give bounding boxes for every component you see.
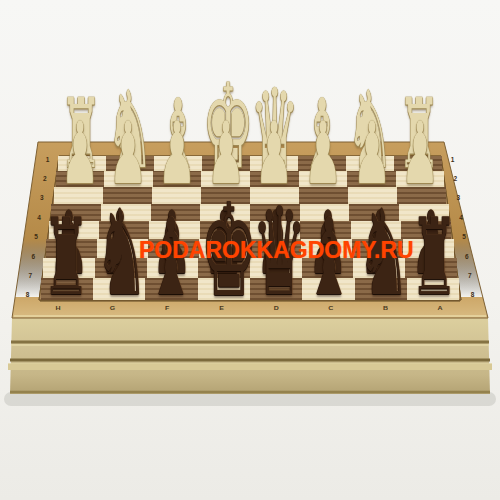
square-h4 — [51, 204, 101, 221]
board-rank-8 — [41, 278, 460, 300]
square-h8 — [41, 278, 93, 300]
square-a3 — [397, 187, 446, 204]
file-label-f: F — [159, 305, 175, 311]
rank-label-right-3: 3 — [452, 194, 464, 201]
square-e1 — [202, 156, 250, 171]
file-label-d: D — [268, 305, 284, 311]
rank-label-left-3: 3 — [36, 194, 48, 201]
product-photo-background: PODAROKKAGDOMY.RU HGFEDCBA12345678123456… — [0, 0, 500, 500]
square-g1 — [106, 156, 154, 171]
square-g2 — [104, 171, 153, 187]
square-h1 — [58, 156, 106, 171]
square-d1 — [250, 156, 298, 171]
square-f1 — [154, 156, 202, 171]
rank-label-right-6: 6 — [461, 253, 473, 260]
file-label-b: B — [377, 305, 393, 311]
box-front-face — [10, 318, 490, 394]
square-c8 — [302, 278, 354, 300]
square-a1 — [394, 156, 442, 171]
file-label-g: G — [105, 305, 121, 311]
rank-label-left-1: 1 — [42, 156, 54, 163]
file-label-h: H — [50, 305, 66, 311]
rank-label-left-8: 8 — [21, 291, 33, 298]
square-e3 — [201, 187, 250, 204]
square-g3 — [103, 187, 152, 204]
square-b8 — [355, 278, 407, 300]
square-a4 — [399, 204, 449, 221]
square-a2 — [396, 171, 445, 187]
square-g4 — [101, 204, 151, 221]
square-b1 — [346, 156, 394, 171]
square-c4 — [300, 204, 350, 221]
rank-label-left-7: 7 — [24, 272, 36, 279]
square-e2 — [201, 171, 250, 187]
square-c3 — [299, 187, 348, 204]
board-rank-4 — [51, 204, 449, 221]
square-c1 — [298, 156, 346, 171]
rank-label-right-4: 4 — [455, 214, 467, 221]
square-c2 — [299, 171, 348, 187]
square-b3 — [348, 187, 397, 204]
rank-label-left-4: 4 — [33, 214, 45, 221]
rank-label-right-5: 5 — [458, 233, 470, 240]
square-f3 — [152, 187, 201, 204]
rank-label-right-8: 8 — [467, 291, 479, 298]
square-f4 — [151, 204, 201, 221]
square-e8 — [198, 278, 250, 300]
file-label-e: E — [214, 305, 230, 311]
rank-label-right-1: 1 — [446, 156, 458, 163]
square-h7 — [43, 258, 95, 278]
square-h3 — [54, 187, 103, 204]
file-label-a: A — [432, 305, 448, 311]
square-h5 — [49, 221, 99, 239]
board-rank-1 — [58, 156, 442, 171]
board-rank-3 — [54, 187, 447, 204]
rank-label-left-6: 6 — [27, 253, 39, 260]
square-h2 — [56, 171, 105, 187]
square-h6 — [46, 239, 97, 258]
file-label-c: C — [323, 305, 339, 311]
square-d2 — [250, 171, 299, 187]
square-d8 — [250, 278, 302, 300]
square-f2 — [153, 171, 202, 187]
rank-label-left-5: 5 — [30, 233, 42, 240]
floor-shadow — [4, 392, 496, 406]
watermark: PODAROKKAGDOMY.RU — [139, 237, 414, 264]
square-e4 — [200, 204, 250, 221]
square-d4 — [250, 204, 300, 221]
rank-label-left-2: 2 — [39, 175, 51, 182]
rank-label-right-2: 2 — [449, 175, 461, 182]
square-b4 — [349, 204, 399, 221]
square-b2 — [347, 171, 396, 187]
square-a8 — [407, 278, 459, 300]
board-rank-2 — [56, 171, 444, 187]
rank-label-right-7: 7 — [464, 272, 476, 279]
square-d3 — [250, 187, 299, 204]
square-g8 — [93, 278, 145, 300]
square-f8 — [145, 278, 197, 300]
